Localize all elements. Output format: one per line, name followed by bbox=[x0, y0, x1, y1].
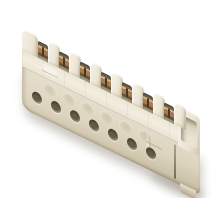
idc-contact bbox=[122, 86, 132, 100]
divider-tower bbox=[175, 103, 186, 130]
idc-contact bbox=[143, 96, 153, 110]
idc-contact bbox=[80, 65, 90, 79]
idc-contact bbox=[101, 76, 111, 90]
idc-contact bbox=[59, 55, 69, 69]
product-photo bbox=[0, 0, 220, 198]
end-latch-seam bbox=[174, 144, 176, 179]
idc-contact bbox=[38, 45, 48, 59]
connector-body bbox=[22, 28, 200, 195]
idc-contact bbox=[164, 106, 174, 120]
